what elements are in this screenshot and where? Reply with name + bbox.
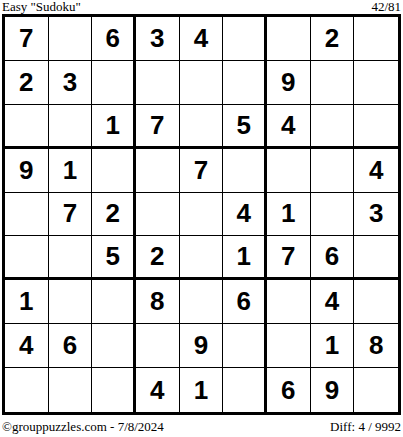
cell-r2c1: 2 [5, 61, 49, 105]
cell-r5c8 [311, 193, 355, 237]
cell-r7c8: 4 [311, 280, 355, 324]
cell-r3c8 [311, 105, 355, 149]
cell-r4c5: 7 [180, 149, 224, 193]
cell-r7c1: 1 [5, 280, 49, 324]
cell-r7c9 [354, 280, 398, 324]
cell-r8c6 [223, 324, 267, 368]
cell-r8c4 [136, 324, 180, 368]
cell-r3c3: 1 [92, 105, 136, 149]
cell-r5c3: 2 [92, 193, 136, 237]
cell-r6c7: 7 [267, 236, 311, 280]
cell-r6c2 [49, 236, 93, 280]
cell-r6c5 [180, 236, 224, 280]
cell-r1c5: 4 [180, 17, 224, 61]
cell-r8c9: 8 [354, 324, 398, 368]
footer: ©grouppuzzles.com - 7/8/2024 Diff: 4 / 9… [0, 419, 403, 434]
cell-r4c3 [92, 149, 136, 193]
cell-r9c6 [223, 368, 267, 412]
cell-r1c6 [223, 17, 267, 61]
cell-r7c7 [267, 280, 311, 324]
puzzle-page: Easy "Sudoku" 42/81 76342239175491747241… [0, 0, 403, 437]
cell-r2c5 [180, 61, 224, 105]
cell-r5c7: 1 [267, 193, 311, 237]
cell-r1c8: 2 [311, 17, 355, 61]
cell-r2c8 [311, 61, 355, 105]
cell-r2c3 [92, 61, 136, 105]
cell-r2c2: 3 [49, 61, 93, 105]
cell-counter: 42/81 [371, 0, 401, 14]
cell-r2c4 [136, 61, 180, 105]
cell-r9c9 [354, 368, 398, 412]
cell-r5c1 [5, 193, 49, 237]
cell-r3c1 [5, 105, 49, 149]
cell-r6c4: 2 [136, 236, 180, 280]
sudoku-board: 763422391754917472413521761864469184169 [2, 14, 401, 415]
cell-r9c4: 4 [136, 368, 180, 412]
cell-r5c5 [180, 193, 224, 237]
cell-r3c2 [49, 105, 93, 149]
cell-r4c1: 9 [5, 149, 49, 193]
puzzle-title: Easy "Sudoku" [2, 0, 81, 14]
cell-r4c7 [267, 149, 311, 193]
cell-r4c9: 4 [354, 149, 398, 193]
cell-r4c6 [223, 149, 267, 193]
cell-r1c9 [354, 17, 398, 61]
cell-r3c5 [180, 105, 224, 149]
cell-r5c2: 7 [49, 193, 93, 237]
cell-r4c2: 1 [49, 149, 93, 193]
cell-r2c9 [354, 61, 398, 105]
header: Easy "Sudoku" 42/81 [0, 0, 403, 14]
cell-r8c3 [92, 324, 136, 368]
cell-r1c2 [49, 17, 93, 61]
cell-r9c3 [92, 368, 136, 412]
cell-r7c4: 8 [136, 280, 180, 324]
cell-r6c6: 1 [223, 236, 267, 280]
cell-r8c2: 6 [49, 324, 93, 368]
cell-r7c3 [92, 280, 136, 324]
cell-r5c6: 4 [223, 193, 267, 237]
cell-r1c7 [267, 17, 311, 61]
cell-r9c1 [5, 368, 49, 412]
cell-r2c6 [223, 61, 267, 105]
cell-r7c2 [49, 280, 93, 324]
cell-r3c6: 5 [223, 105, 267, 149]
cell-r1c1: 7 [5, 17, 49, 61]
cell-r1c3: 6 [92, 17, 136, 61]
cell-r9c5: 1 [180, 368, 224, 412]
cell-r3c9 [354, 105, 398, 149]
cell-r8c1: 4 [5, 324, 49, 368]
difficulty-label: Diff: 4 / 9992 [330, 419, 401, 434]
cell-r6c9 [354, 236, 398, 280]
cell-r9c8: 9 [311, 368, 355, 412]
cell-r9c2 [49, 368, 93, 412]
cell-r3c7: 4 [267, 105, 311, 149]
cell-r5c9: 3 [354, 193, 398, 237]
cell-r5c4 [136, 193, 180, 237]
cell-r8c5: 9 [180, 324, 224, 368]
cell-r4c8 [311, 149, 355, 193]
cell-r6c3: 5 [92, 236, 136, 280]
cell-r8c8: 1 [311, 324, 355, 368]
cell-r6c8: 6 [311, 236, 355, 280]
cell-r7c5 [180, 280, 224, 324]
cell-r1c4: 3 [136, 17, 180, 61]
cell-r9c7: 6 [267, 368, 311, 412]
cell-r7c6: 6 [223, 280, 267, 324]
cell-r2c7: 9 [267, 61, 311, 105]
cell-r4c4 [136, 149, 180, 193]
cell-r8c7 [267, 324, 311, 368]
cell-r3c4: 7 [136, 105, 180, 149]
cell-r6c1 [5, 236, 49, 280]
copyright-credit: ©grouppuzzles.com - 7/8/2024 [2, 419, 164, 434]
